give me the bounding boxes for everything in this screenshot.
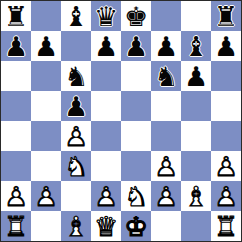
square-g6[interactable]: ♟ (181, 61, 211, 91)
piece-white-pawn[interactable]: ♟♙ (91, 181, 121, 211)
square-b8[interactable] (31, 1, 61, 31)
piece-white-knight[interactable]: ♞♘ (121, 181, 151, 211)
black-pawn-icon: ♟ (91, 31, 121, 61)
piece-white-queen[interactable]: ♛♕ (91, 211, 121, 241)
white-pawn-outline-icon: ♙ (151, 181, 181, 211)
black-rook-icon: ♜ (211, 1, 241, 31)
square-b3[interactable] (31, 151, 61, 181)
white-pawn-icon: ♟ (31, 181, 61, 211)
square-e7[interactable]: ♟ (121, 31, 151, 61)
square-c7[interactable] (61, 31, 91, 61)
black-knight-icon: ♞ (151, 61, 181, 91)
black-pawn-icon: ♟ (121, 31, 151, 61)
square-f4[interactable] (151, 121, 181, 151)
square-b2[interactable]: ♟♙ (31, 181, 61, 211)
piece-black-queen[interactable]: ♛ (91, 1, 121, 31)
piece-white-bishop[interactable]: ♝♗ (61, 211, 91, 241)
square-h1[interactable]: ♜♖ (211, 211, 241, 241)
square-c4[interactable]: ♟♙ (61, 121, 91, 151)
white-pawn-icon: ♟ (151, 151, 181, 181)
square-a8[interactable]: ♜ (1, 1, 31, 31)
piece-black-pawn[interactable]: ♟ (1, 31, 31, 61)
white-pawn-outline-icon: ♙ (151, 151, 181, 181)
white-pawn-icon: ♟ (211, 181, 241, 211)
piece-white-rook[interactable]: ♜♖ (211, 211, 241, 241)
white-knight-icon: ♞ (121, 181, 151, 211)
white-rook-outline-icon: ♖ (1, 211, 31, 241)
black-pawn-icon: ♟ (61, 91, 91, 121)
white-king-outline-icon: ♔ (121, 211, 151, 241)
piece-black-knight[interactable]: ♞ (61, 61, 91, 91)
square-e6[interactable] (121, 61, 151, 91)
square-f2[interactable]: ♟♙ (151, 181, 181, 211)
square-b1[interactable] (31, 211, 61, 241)
square-b6[interactable] (31, 61, 61, 91)
square-h8[interactable]: ♜ (211, 1, 241, 31)
square-c8[interactable]: ♝ (61, 1, 91, 31)
square-d5[interactable] (91, 91, 121, 121)
white-pawn-icon: ♟ (61, 121, 91, 151)
square-a4[interactable] (1, 121, 31, 151)
square-h4[interactable] (211, 121, 241, 151)
white-rook-outline-icon: ♖ (211, 211, 241, 241)
chess-board: ♜♝♛♚♜♟♟♟♟♟♝♟♞♞♟♟♟♙♞♘♟♙♟♙♟♙♟♙♟♙♞♘♟♙♝♗♟♙♜♖… (0, 0, 242, 242)
white-pawn-outline-icon: ♙ (1, 181, 31, 211)
white-pawn-outline-icon: ♙ (91, 181, 121, 211)
piece-white-pawn[interactable]: ♟♙ (61, 121, 91, 151)
square-g5[interactable] (181, 91, 211, 121)
white-pawn-icon: ♟ (91, 181, 121, 211)
piece-white-pawn[interactable]: ♟♙ (1, 181, 31, 211)
piece-black-pawn[interactable]: ♟ (61, 91, 91, 121)
square-e5[interactable] (121, 91, 151, 121)
black-rook-icon: ♜ (1, 1, 31, 31)
square-b7[interactable]: ♟ (31, 31, 61, 61)
piece-black-pawn[interactable]: ♟ (211, 31, 241, 61)
white-knight-outline-icon: ♘ (61, 151, 91, 181)
piece-black-pawn[interactable]: ♟ (31, 31, 61, 61)
square-c5[interactable]: ♟ (61, 91, 91, 121)
piece-white-pawn[interactable]: ♟♙ (151, 151, 181, 181)
square-g8[interactable] (181, 1, 211, 31)
white-queen-outline-icon: ♕ (91, 211, 121, 241)
black-king-icon: ♚ (121, 1, 151, 31)
square-c2[interactable] (61, 181, 91, 211)
piece-white-king[interactable]: ♚♔ (121, 211, 151, 241)
square-g7[interactable]: ♝ (181, 31, 211, 61)
piece-white-knight[interactable]: ♞♘ (61, 151, 91, 181)
white-rook-icon: ♜ (1, 211, 31, 241)
white-pawn-outline-icon: ♙ (211, 151, 241, 181)
square-f1[interactable] (151, 211, 181, 241)
square-a3[interactable] (1, 151, 31, 181)
black-knight-icon: ♞ (61, 61, 91, 91)
square-f8[interactable] (151, 1, 181, 31)
white-pawn-icon: ♟ (1, 181, 31, 211)
square-a5[interactable] (1, 91, 31, 121)
white-knight-icon: ♞ (61, 151, 91, 181)
white-pawn-icon: ♟ (151, 181, 181, 211)
white-bishop-icon: ♝ (181, 181, 211, 211)
piece-black-rook[interactable]: ♜ (1, 1, 31, 31)
square-a7[interactable]: ♟ (1, 31, 31, 61)
piece-white-pawn[interactable]: ♟♙ (211, 151, 241, 181)
piece-black-knight[interactable]: ♞ (151, 61, 181, 91)
white-pawn-outline-icon: ♙ (61, 121, 91, 151)
black-pawn-icon: ♟ (211, 31, 241, 61)
piece-black-pawn[interactable]: ♟ (121, 31, 151, 61)
square-c1[interactable]: ♝♗ (61, 211, 91, 241)
square-e4[interactable] (121, 121, 151, 151)
square-b5[interactable] (31, 91, 61, 121)
piece-black-pawn[interactable]: ♟ (181, 61, 211, 91)
square-f5[interactable] (151, 91, 181, 121)
square-d6[interactable] (91, 61, 121, 91)
square-b4[interactable] (31, 121, 61, 151)
white-pawn-outline-icon: ♙ (211, 181, 241, 211)
square-h6[interactable] (211, 61, 241, 91)
black-pawn-icon: ♟ (31, 31, 61, 61)
square-c6[interactable]: ♞ (61, 61, 91, 91)
piece-black-bishop[interactable]: ♝ (61, 1, 91, 31)
piece-black-rook[interactable]: ♜ (211, 1, 241, 31)
square-h2[interactable]: ♟♙ (211, 181, 241, 211)
square-e3[interactable] (121, 151, 151, 181)
square-g1[interactable] (181, 211, 211, 241)
white-knight-outline-icon: ♘ (121, 181, 151, 211)
black-queen-icon: ♛ (91, 1, 121, 31)
square-h7[interactable]: ♟ (211, 31, 241, 61)
square-e2[interactable]: ♞♘ (121, 181, 151, 211)
square-d4[interactable] (91, 121, 121, 151)
white-queen-icon: ♛ (91, 211, 121, 241)
square-g3[interactable] (181, 151, 211, 181)
white-bishop-outline-icon: ♗ (181, 181, 211, 211)
square-a6[interactable] (1, 61, 31, 91)
square-a1[interactable]: ♜♖ (1, 211, 31, 241)
piece-white-rook[interactable]: ♜♖ (1, 211, 31, 241)
piece-black-pawn[interactable]: ♟ (91, 31, 121, 61)
square-f7[interactable]: ♟ (151, 31, 181, 61)
square-d8[interactable]: ♛ (91, 1, 121, 31)
square-d7[interactable]: ♟ (91, 31, 121, 61)
square-e1[interactable]: ♚♔ (121, 211, 151, 241)
piece-black-bishop[interactable]: ♝ (181, 31, 211, 61)
black-pawn-icon: ♟ (1, 31, 31, 61)
square-d1[interactable]: ♛♕ (91, 211, 121, 241)
piece-white-pawn[interactable]: ♟♙ (151, 181, 181, 211)
square-h3[interactable]: ♟♙ (211, 151, 241, 181)
piece-white-bishop[interactable]: ♝♗ (181, 181, 211, 211)
square-g4[interactable] (181, 121, 211, 151)
black-bishop-icon: ♝ (181, 31, 211, 61)
black-pawn-icon: ♟ (181, 61, 211, 91)
square-a2[interactable]: ♟♙ (1, 181, 31, 211)
white-pawn-outline-icon: ♙ (31, 181, 61, 211)
white-bishop-outline-icon: ♗ (61, 211, 91, 241)
white-bishop-icon: ♝ (61, 211, 91, 241)
piece-black-pawn[interactable]: ♟ (151, 31, 181, 61)
square-c3[interactable]: ♞♘ (61, 151, 91, 181)
piece-black-king[interactable]: ♚ (121, 1, 151, 31)
piece-white-pawn[interactable]: ♟♙ (31, 181, 61, 211)
square-f6[interactable]: ♞ (151, 61, 181, 91)
black-bishop-icon: ♝ (61, 1, 91, 31)
black-pawn-icon: ♟ (151, 31, 181, 61)
square-h5[interactable] (211, 91, 241, 121)
square-f3[interactable]: ♟♙ (151, 151, 181, 181)
square-g2[interactable]: ♝♗ (181, 181, 211, 211)
white-rook-icon: ♜ (211, 211, 241, 241)
white-pawn-icon: ♟ (211, 151, 241, 181)
white-king-icon: ♚ (121, 211, 151, 241)
square-d2[interactable]: ♟♙ (91, 181, 121, 211)
piece-white-pawn[interactable]: ♟♙ (211, 181, 241, 211)
square-d3[interactable] (91, 151, 121, 181)
square-e8[interactable]: ♚ (121, 1, 151, 31)
